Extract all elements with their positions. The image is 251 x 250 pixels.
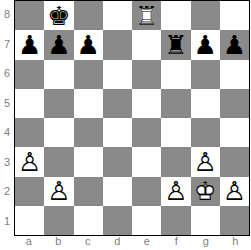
piece-black-pawn[interactable]: ♟ [47,32,70,58]
square-f5[interactable] [161,89,190,118]
square-f4[interactable] [161,118,190,147]
square-d5[interactable] [103,89,132,118]
square-g6[interactable] [191,60,220,89]
square-f7[interactable]: ♜ [161,30,190,59]
square-b4[interactable] [44,118,73,147]
square-d1[interactable] [103,206,132,235]
piece-glyph: ♙ [47,177,70,206]
square-c7[interactable]: ♟ [74,30,103,59]
square-a2[interactable] [15,177,44,206]
square-h3[interactable] [220,147,249,176]
square-b5[interactable] [44,89,73,118]
square-g5[interactable] [191,89,220,118]
file-label-f: f [162,236,192,250]
square-b1[interactable] [44,206,73,235]
file-label-d: d [103,236,133,250]
square-f3[interactable] [161,147,190,176]
square-h5[interactable] [220,89,249,118]
piece-white-pawn[interactable]: ♟♙ [223,178,246,204]
chess-board: ♚♜♖♟♟♟♜♟♟♟♙♟♙♟♙♟♙♚♔♟♙ [14,0,250,236]
file-label-a: a [14,236,44,250]
square-g1[interactable] [191,206,220,235]
square-b8[interactable]: ♚ [44,1,73,30]
square-c1[interactable] [74,206,103,235]
square-h1[interactable] [220,206,249,235]
piece-white-pawn[interactable]: ♟♙ [164,178,187,204]
square-b6[interactable] [44,60,73,89]
square-a7[interactable]: ♟ [15,30,44,59]
chess-diagram: ♚♜♖♟♟♟♜♟♟♟♙♟♙♟♙♟♙♚♔♟♙ 87654321 abcdefgh [0,0,250,250]
square-c4[interactable] [74,118,103,147]
square-c6[interactable] [74,60,103,89]
square-g8[interactable] [191,1,220,30]
rank-label-5: 5 [0,89,14,119]
piece-white-king[interactable]: ♚♔ [193,178,216,204]
square-c2[interactable] [74,177,103,206]
square-c3[interactable] [74,147,103,176]
square-e1[interactable] [132,206,161,235]
square-e5[interactable] [132,89,161,118]
square-a8[interactable] [15,1,44,30]
square-e2[interactable] [132,177,161,206]
piece-black-pawn[interactable]: ♟ [223,32,246,58]
piece-glyph: ♔ [193,177,216,206]
rank-label-7: 7 [0,30,14,60]
square-a4[interactable] [15,118,44,147]
file-label-g: g [191,236,221,250]
square-e6[interactable] [132,60,161,89]
rank-label-4: 4 [0,118,14,148]
rank-label-3: 3 [0,148,14,178]
square-d6[interactable] [103,60,132,89]
rank-label-6: 6 [0,59,14,89]
square-e4[interactable] [132,118,161,147]
file-label-e: e [132,236,162,250]
file-label-b: b [44,236,74,250]
square-c8[interactable] [74,1,103,30]
file-label-c: c [73,236,103,250]
piece-glyph: ♙ [193,147,216,176]
square-b2[interactable]: ♟♙ [44,177,73,206]
square-h7[interactable]: ♟ [220,30,249,59]
piece-black-king[interactable]: ♚ [47,3,70,29]
piece-black-rook[interactable]: ♜ [164,32,187,58]
square-g2[interactable]: ♚♔ [191,177,220,206]
square-b3[interactable] [44,147,73,176]
piece-glyph: ♙ [164,177,187,206]
square-a1[interactable] [15,206,44,235]
square-g4[interactable] [191,118,220,147]
file-labels: abcdefgh [14,236,250,250]
square-b7[interactable]: ♟ [44,30,73,59]
square-f1[interactable] [161,206,190,235]
piece-white-pawn[interactable]: ♟♙ [47,178,70,204]
square-e3[interactable] [132,147,161,176]
piece-white-pawn[interactable]: ♟♙ [193,149,216,175]
rank-label-1: 1 [0,207,14,237]
rank-label-2: 2 [0,177,14,207]
piece-black-pawn[interactable]: ♟ [76,32,99,58]
piece-white-rook[interactable]: ♜♖ [135,3,158,29]
square-d8[interactable] [103,1,132,30]
piece-glyph: ♖ [135,1,158,30]
square-a5[interactable] [15,89,44,118]
square-a6[interactable] [15,60,44,89]
file-label-h: h [221,236,251,250]
piece-black-pawn[interactable]: ♟ [18,32,41,58]
square-d2[interactable] [103,177,132,206]
square-h4[interactable] [220,118,249,147]
square-h6[interactable] [220,60,249,89]
square-f6[interactable] [161,60,190,89]
square-e7[interactable] [132,30,161,59]
square-e8[interactable]: ♜♖ [132,1,161,30]
square-c5[interactable] [74,89,103,118]
rank-labels: 87654321 [0,0,14,236]
square-f8[interactable] [161,1,190,30]
rank-label-8: 8 [0,0,14,30]
square-d4[interactable] [103,118,132,147]
piece-glyph: ♙ [223,177,246,206]
square-d7[interactable] [103,30,132,59]
square-a3[interactable]: ♟♙ [15,147,44,176]
square-h2[interactable]: ♟♙ [220,177,249,206]
piece-white-pawn[interactable]: ♟♙ [18,149,41,175]
square-h8[interactable] [220,1,249,30]
piece-black-pawn[interactable]: ♟ [193,32,216,58]
piece-glyph: ♙ [18,147,41,176]
square-g7[interactable]: ♟ [191,30,220,59]
square-g3[interactable]: ♟♙ [191,147,220,176]
square-f2[interactable]: ♟♙ [161,177,190,206]
square-d3[interactable] [103,147,132,176]
